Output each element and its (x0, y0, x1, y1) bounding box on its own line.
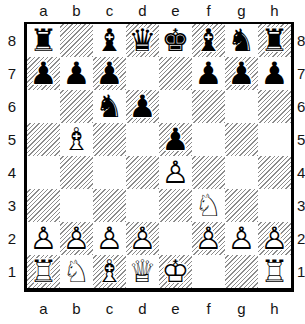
piece-halo: ♞ (93, 90, 126, 123)
piece-white-knight: ♘ (192, 189, 225, 222)
piece-halo: ♟ (192, 57, 225, 90)
piece-halo: ♛ (126, 255, 159, 288)
piece-white-rook: ♖ (27, 255, 60, 288)
square-c3[interactable] (93, 189, 126, 222)
piece-black-bishop: ♝ (93, 24, 126, 57)
square-e8[interactable]: ♚♚ (159, 24, 192, 57)
square-a7[interactable]: ♟♟ (27, 57, 60, 90)
piece-white-bishop: ♗ (60, 123, 93, 156)
square-e3[interactable] (159, 189, 192, 222)
square-f7[interactable]: ♟♟ (192, 57, 225, 90)
piece-white-pawn: ♙ (159, 156, 192, 189)
piece-halo: ♜ (258, 255, 291, 288)
piece-halo: ♟ (60, 57, 93, 90)
rank-label: 2 (294, 222, 305, 255)
square-e4[interactable]: ♟♙ (159, 156, 192, 189)
piece-halo: ♝ (93, 24, 126, 57)
piece-halo: ♟ (225, 222, 258, 255)
board-frame: ♜♜♝♝♛♛♚♚♝♝♞♞♜♜♟♟♟♟♟♟♟♟♟♟♟♟♞♞♟♟♝♗♟♟♟♙♞♘♟♙… (24, 22, 294, 292)
square-a3[interactable] (27, 189, 60, 222)
piece-white-pawn: ♙ (126, 222, 159, 255)
square-h1[interactable]: ♜♖ (258, 255, 291, 288)
square-f3[interactable]: ♞♘ (192, 189, 225, 222)
file-label: b (60, 292, 93, 324)
piece-black-king: ♚ (159, 24, 192, 57)
piece-black-rook: ♜ (27, 24, 60, 57)
square-h7[interactable]: ♟♟ (258, 57, 291, 90)
square-c7[interactable]: ♟♟ (93, 57, 126, 90)
piece-halo: ♟ (258, 57, 291, 90)
square-h3[interactable] (258, 189, 291, 222)
rank-label: 7 (0, 57, 22, 90)
square-g8[interactable]: ♞♞ (225, 24, 258, 57)
piece-halo: ♞ (60, 255, 93, 288)
square-d6[interactable]: ♟♟ (126, 90, 159, 123)
file-label: h (258, 0, 291, 21)
square-c1[interactable]: ♝♗ (93, 255, 126, 288)
rank-label: 3 (294, 189, 305, 222)
chess-board: ♜♜♝♝♛♛♚♚♝♝♞♞♜♜♟♟♟♟♟♟♟♟♟♟♟♟♞♞♟♟♝♗♟♟♟♙♞♘♟♙… (27, 24, 291, 288)
piece-halo: ♞ (192, 189, 225, 222)
chess-diagram: abcdefgh 87654321 ♜♜♝♝♛♛♚♚♝♝♞♞♜♜♟♟♟♟♟♟♟♟… (0, 0, 305, 324)
file-label: a (27, 0, 60, 21)
piece-halo: ♟ (60, 222, 93, 255)
square-d7[interactable] (126, 57, 159, 90)
piece-white-pawn: ♙ (60, 222, 93, 255)
piece-halo: ♝ (93, 255, 126, 288)
piece-halo: ♟ (27, 57, 60, 90)
file-label: g (225, 0, 258, 21)
piece-halo: ♟ (93, 57, 126, 90)
piece-halo: ♟ (159, 156, 192, 189)
square-d2[interactable]: ♟♙ (126, 222, 159, 255)
piece-black-pawn: ♟ (27, 57, 60, 90)
square-b6[interactable] (60, 90, 93, 123)
piece-halo: ♟ (192, 222, 225, 255)
square-g1[interactable] (225, 255, 258, 288)
rank-label: 8 (294, 24, 305, 57)
square-h8[interactable]: ♜♜ (258, 24, 291, 57)
square-e5[interactable]: ♟♟ (159, 123, 192, 156)
square-d4[interactable] (126, 156, 159, 189)
file-label: c (93, 292, 126, 324)
piece-black-knight: ♞ (93, 90, 126, 123)
square-b5[interactable]: ♝♗ (60, 123, 93, 156)
square-d3[interactable] (126, 189, 159, 222)
file-label: d (126, 292, 159, 324)
square-b2[interactable]: ♟♙ (60, 222, 93, 255)
piece-halo: ♟ (126, 222, 159, 255)
piece-halo: ♟ (159, 123, 192, 156)
piece-white-king: ♔ (159, 255, 192, 288)
square-g2[interactable]: ♟♙ (225, 222, 258, 255)
square-e1[interactable]: ♚♔ (159, 255, 192, 288)
square-g4[interactable] (225, 156, 258, 189)
square-a8[interactable]: ♜♜ (27, 24, 60, 57)
square-f5[interactable] (192, 123, 225, 156)
square-h4[interactable] (258, 156, 291, 189)
file-label: d (126, 0, 159, 21)
square-b8[interactable] (60, 24, 93, 57)
piece-black-pawn: ♟ (225, 57, 258, 90)
rank-labels-left: 87654321 (0, 24, 22, 288)
square-d5[interactable] (126, 123, 159, 156)
square-c6[interactable]: ♞♞ (93, 90, 126, 123)
rank-label: 5 (294, 123, 305, 156)
piece-black-pawn: ♟ (258, 57, 291, 90)
rank-label: 4 (294, 156, 305, 189)
file-label: f (192, 292, 225, 324)
square-a4[interactable] (27, 156, 60, 189)
square-b4[interactable] (60, 156, 93, 189)
file-label: a (27, 292, 60, 324)
piece-white-pawn: ♙ (192, 222, 225, 255)
piece-black-pawn: ♟ (126, 90, 159, 123)
square-c8[interactable]: ♝♝ (93, 24, 126, 57)
piece-white-bishop: ♗ (93, 255, 126, 288)
square-e6[interactable] (159, 90, 192, 123)
rank-label: 7 (294, 57, 305, 90)
square-f8[interactable]: ♝♝ (192, 24, 225, 57)
square-e7[interactable] (159, 57, 192, 90)
square-e2[interactable] (159, 222, 192, 255)
file-label: g (225, 292, 258, 324)
square-d1[interactable]: ♛♕ (126, 255, 159, 288)
square-c5[interactable] (93, 123, 126, 156)
piece-halo: ♝ (60, 123, 93, 156)
square-a5[interactable] (27, 123, 60, 156)
piece-halo: ♝ (192, 24, 225, 57)
square-f6[interactable] (192, 90, 225, 123)
piece-black-pawn: ♟ (192, 57, 225, 90)
rank-labels-right: 87654321 (294, 24, 305, 288)
piece-white-pawn: ♙ (93, 222, 126, 255)
square-d8[interactable]: ♛♛ (126, 24, 159, 57)
piece-black-bishop: ♝ (192, 24, 225, 57)
rank-label: 1 (0, 255, 22, 288)
piece-black-pawn: ♟ (93, 57, 126, 90)
piece-halo: ♞ (225, 24, 258, 57)
rank-label: 6 (294, 90, 305, 123)
file-labels-top: abcdefgh (27, 0, 291, 21)
piece-halo: ♛ (126, 24, 159, 57)
piece-black-rook: ♜ (258, 24, 291, 57)
piece-white-rook: ♖ (258, 255, 291, 288)
rank-label: 1 (294, 255, 305, 288)
square-c4[interactable] (93, 156, 126, 189)
piece-halo: ♟ (126, 90, 159, 123)
piece-halo: ♟ (93, 222, 126, 255)
rank-label: 6 (0, 90, 22, 123)
piece-halo: ♟ (27, 222, 60, 255)
square-f1[interactable] (192, 255, 225, 288)
piece-black-pawn: ♟ (159, 123, 192, 156)
square-b7[interactable]: ♟♟ (60, 57, 93, 90)
piece-halo: ♜ (27, 255, 60, 288)
square-a6[interactable] (27, 90, 60, 123)
square-g6[interactable] (225, 90, 258, 123)
square-b1[interactable]: ♞♘ (60, 255, 93, 288)
piece-white-pawn: ♙ (225, 222, 258, 255)
rank-label: 8 (0, 24, 22, 57)
file-label: b (60, 0, 93, 21)
piece-black-knight: ♞ (225, 24, 258, 57)
file-label: e (159, 0, 192, 21)
piece-white-queen: ♕ (126, 255, 159, 288)
piece-white-knight: ♘ (60, 255, 93, 288)
file-label: c (93, 0, 126, 21)
square-h6[interactable] (258, 90, 291, 123)
rank-label: 5 (0, 123, 22, 156)
piece-halo: ♟ (225, 57, 258, 90)
piece-white-pawn: ♙ (27, 222, 60, 255)
file-label: h (258, 292, 291, 324)
square-a1[interactable]: ♜♖ (27, 255, 60, 288)
piece-halo: ♟ (258, 222, 291, 255)
piece-halo: ♜ (27, 24, 60, 57)
piece-black-pawn: ♟ (60, 57, 93, 90)
square-f2[interactable]: ♟♙ (192, 222, 225, 255)
square-g7[interactable]: ♟♟ (225, 57, 258, 90)
piece-black-queen: ♛ (126, 24, 159, 57)
file-label: f (192, 0, 225, 21)
square-c2[interactable]: ♟♙ (93, 222, 126, 255)
piece-halo: ♚ (159, 255, 192, 288)
square-g5[interactable] (225, 123, 258, 156)
file-labels-bottom: abcdefgh (27, 292, 291, 324)
piece-halo: ♚ (159, 24, 192, 57)
square-a2[interactable]: ♟♙ (27, 222, 60, 255)
rank-label: 3 (0, 189, 22, 222)
piece-halo: ♜ (258, 24, 291, 57)
square-h2[interactable]: ♟♙ (258, 222, 291, 255)
file-label: e (159, 292, 192, 324)
square-g3[interactable] (225, 189, 258, 222)
piece-white-pawn: ♙ (258, 222, 291, 255)
square-f4[interactable] (192, 156, 225, 189)
square-h5[interactable] (258, 123, 291, 156)
square-b3[interactable] (60, 189, 93, 222)
rank-label: 4 (0, 156, 22, 189)
rank-label: 2 (0, 222, 22, 255)
